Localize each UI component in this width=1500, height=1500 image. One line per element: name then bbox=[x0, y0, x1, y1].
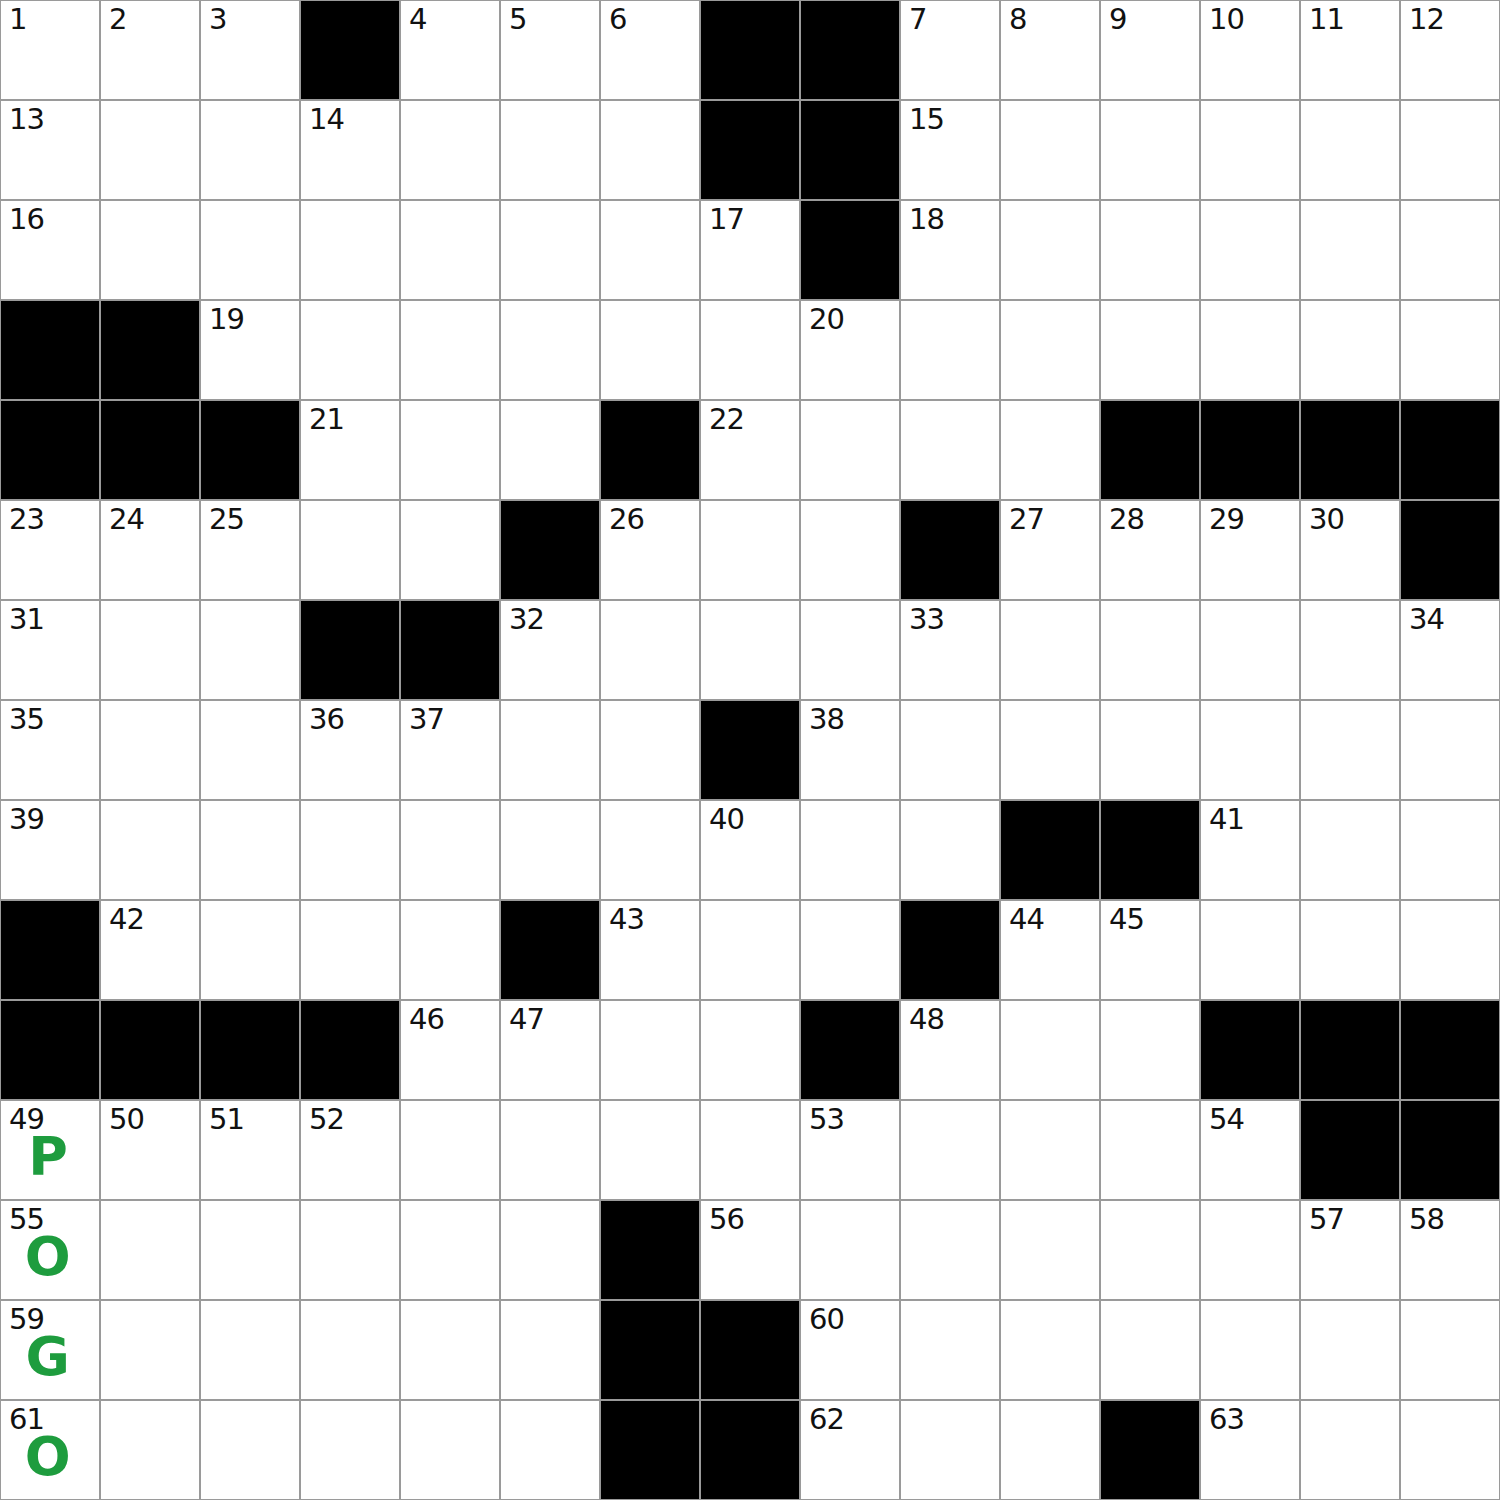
cell-1-14[interactable] bbox=[1401, 101, 1499, 199]
cell-14-14[interactable] bbox=[1401, 1401, 1499, 1499]
cell-8-7[interactable]: 40 bbox=[701, 801, 799, 899]
cell-12-13[interactable]: 57 bbox=[1301, 1201, 1399, 1299]
cell-3-2[interactable]: 19 bbox=[201, 301, 299, 399]
cell-6-1[interactable] bbox=[101, 601, 199, 699]
black-square-0-8 bbox=[801, 1, 899, 99]
clue-number: 1 bbox=[9, 4, 26, 34]
clue-number: 46 bbox=[409, 1004, 444, 1034]
cell-9-3[interactable] bbox=[301, 901, 399, 999]
clue-number: 56 bbox=[709, 1204, 744, 1234]
cell-7-9[interactable] bbox=[901, 701, 999, 799]
cell-5-7[interactable] bbox=[701, 501, 799, 599]
cell-12-8[interactable] bbox=[801, 1201, 899, 1299]
cell-14-9[interactable] bbox=[901, 1401, 999, 1499]
cell-1-3[interactable]: 14 bbox=[301, 101, 399, 199]
clue-number: 8 bbox=[1009, 4, 1026, 34]
clue-number: 58 bbox=[1409, 1204, 1444, 1234]
cell-8-6[interactable] bbox=[601, 801, 699, 899]
cell-6-5[interactable]: 32 bbox=[501, 601, 599, 699]
cell-4-10[interactable] bbox=[1001, 401, 1099, 499]
cell-6-0[interactable]: 31 bbox=[1, 601, 99, 699]
cell-12-7[interactable]: 56 bbox=[701, 1201, 799, 1299]
cell-9-7[interactable] bbox=[701, 901, 799, 999]
cell-9-10[interactable]: 44 bbox=[1001, 901, 1099, 999]
black-square-10-8 bbox=[801, 1001, 899, 1099]
clue-number: 48 bbox=[909, 1004, 944, 1034]
cell-12-14[interactable]: 58 bbox=[1401, 1201, 1499, 1299]
clue-number: 50 bbox=[109, 1104, 144, 1134]
clue-number: 23 bbox=[9, 504, 44, 534]
black-square-9-9 bbox=[901, 901, 999, 999]
cell-2-1[interactable] bbox=[101, 201, 199, 299]
cell-4-5[interactable] bbox=[501, 401, 599, 499]
cell-1-11[interactable] bbox=[1101, 101, 1199, 199]
cell-13-11[interactable] bbox=[1101, 1301, 1199, 1399]
cell-1-10[interactable] bbox=[1001, 101, 1099, 199]
clue-number: 52 bbox=[309, 1104, 344, 1134]
black-square-9-0 bbox=[1, 901, 99, 999]
cell-12-12[interactable] bbox=[1201, 1201, 1299, 1299]
crossword-grid: 1234567891011121314151617181920212223242… bbox=[0, 0, 1500, 1500]
cell-3-8[interactable]: 20 bbox=[801, 301, 899, 399]
cell-8-2[interactable] bbox=[201, 801, 299, 899]
clue-number: 38 bbox=[809, 704, 844, 734]
cell-12-9[interactable] bbox=[901, 1201, 999, 1299]
clue-number: 11 bbox=[1309, 4, 1344, 34]
cell-9-8[interactable] bbox=[801, 901, 899, 999]
clue-number: 27 bbox=[1009, 504, 1044, 534]
clue-number: 31 bbox=[9, 604, 44, 634]
cell-12-3[interactable] bbox=[301, 1201, 399, 1299]
cell-11-7[interactable] bbox=[701, 1101, 799, 1199]
cell-8-13[interactable] bbox=[1301, 801, 1399, 899]
cell-14-4[interactable] bbox=[401, 1401, 499, 1499]
clue-number: 62 bbox=[809, 1404, 844, 1434]
cell-6-10[interactable] bbox=[1001, 601, 1099, 699]
black-square-4-12 bbox=[1201, 401, 1299, 499]
cell-8-14[interactable] bbox=[1401, 801, 1499, 899]
clue-number: 45 bbox=[1109, 904, 1144, 934]
black-square-0-3 bbox=[301, 1, 399, 99]
cell-5-6[interactable]: 26 bbox=[601, 501, 699, 599]
cell-3-14[interactable] bbox=[1401, 301, 1499, 399]
cell-1-4[interactable] bbox=[401, 101, 499, 199]
cell-2-0[interactable]: 16 bbox=[1, 201, 99, 299]
cell-6-2[interactable] bbox=[201, 601, 299, 699]
cell-1-12[interactable] bbox=[1201, 101, 1299, 199]
black-square-2-8 bbox=[801, 201, 899, 299]
cell-5-4[interactable] bbox=[401, 501, 499, 599]
black-square-4-0 bbox=[1, 401, 99, 499]
clue-number: 41 bbox=[1209, 804, 1244, 834]
cell-10-9[interactable]: 48 bbox=[901, 1001, 999, 1099]
cell-8-8[interactable] bbox=[801, 801, 899, 899]
clue-number: 3 bbox=[209, 4, 226, 34]
cell-12-1[interactable] bbox=[101, 1201, 199, 1299]
cell-12-5[interactable] bbox=[501, 1201, 599, 1299]
cell-9-12[interactable] bbox=[1201, 901, 1299, 999]
cell-11-11[interactable] bbox=[1101, 1101, 1199, 1199]
clue-number: 6 bbox=[609, 4, 626, 34]
cell-4-8[interactable] bbox=[801, 401, 899, 499]
black-square-10-3 bbox=[301, 1001, 399, 1099]
black-square-7-7 bbox=[701, 701, 799, 799]
cell-13-8[interactable]: 60 bbox=[801, 1301, 899, 1399]
clue-number: 37 bbox=[409, 704, 444, 734]
clue-number: 17 bbox=[709, 204, 744, 234]
black-square-14-6 bbox=[601, 1401, 699, 1499]
cell-0-2[interactable]: 3 bbox=[201, 1, 299, 99]
cell-9-4[interactable] bbox=[401, 901, 499, 999]
clue-number: 20 bbox=[809, 304, 844, 334]
cell-2-13[interactable] bbox=[1301, 201, 1399, 299]
clue-number: 30 bbox=[1309, 504, 1344, 534]
cell-4-9[interactable] bbox=[901, 401, 999, 499]
black-square-10-12 bbox=[1201, 1001, 1299, 1099]
cell-7-14[interactable] bbox=[1401, 701, 1499, 799]
cell-13-14[interactable] bbox=[1401, 1301, 1499, 1399]
black-square-4-2 bbox=[201, 401, 299, 499]
cell-9-14[interactable] bbox=[1401, 901, 1499, 999]
cell-7-12[interactable] bbox=[1201, 701, 1299, 799]
clue-number: 53 bbox=[809, 1104, 844, 1134]
cell-1-1[interactable] bbox=[101, 101, 199, 199]
cell-11-0[interactable]: 49P bbox=[1, 1101, 99, 1199]
cell-14-12[interactable]: 63 bbox=[1201, 1401, 1299, 1499]
cell-2-11[interactable] bbox=[1101, 201, 1199, 299]
cell-11-9[interactable] bbox=[901, 1101, 999, 1199]
cell-8-0[interactable]: 39 bbox=[1, 801, 99, 899]
cell-3-12[interactable] bbox=[1201, 301, 1299, 399]
cell-6-12[interactable] bbox=[1201, 601, 1299, 699]
cell-9-13[interactable] bbox=[1301, 901, 1399, 999]
clue-number: 15 bbox=[909, 104, 944, 134]
cell-10-10[interactable] bbox=[1001, 1001, 1099, 1099]
black-square-11-14 bbox=[1401, 1101, 1499, 1199]
clue-number: 25 bbox=[209, 504, 244, 534]
cell-11-1[interactable]: 50 bbox=[101, 1101, 199, 1199]
black-square-5-9 bbox=[901, 501, 999, 599]
cell-0-13[interactable]: 11 bbox=[1301, 1, 1399, 99]
cell-0-4[interactable]: 4 bbox=[401, 1, 499, 99]
cell-11-5[interactable] bbox=[501, 1101, 599, 1199]
clue-number: 43 bbox=[609, 904, 644, 934]
cell-13-0[interactable]: 59G bbox=[1, 1301, 99, 1399]
cell-8-5[interactable] bbox=[501, 801, 599, 899]
fill-letter: G bbox=[26, 1324, 70, 1387]
black-square-4-13 bbox=[1301, 401, 1399, 499]
clue-number: 44 bbox=[1009, 904, 1044, 934]
cell-2-6[interactable] bbox=[601, 201, 699, 299]
cell-10-6[interactable] bbox=[601, 1001, 699, 1099]
black-square-10-2 bbox=[201, 1001, 299, 1099]
cell-7-3[interactable]: 36 bbox=[301, 701, 399, 799]
cell-5-3[interactable] bbox=[301, 501, 399, 599]
cell-12-11[interactable] bbox=[1101, 1201, 1199, 1299]
cell-9-1[interactable]: 42 bbox=[101, 901, 199, 999]
cell-2-7[interactable]: 17 bbox=[701, 201, 799, 299]
cell-6-8[interactable] bbox=[801, 601, 899, 699]
cell-7-10[interactable] bbox=[1001, 701, 1099, 799]
fill-letter: O bbox=[25, 1224, 71, 1287]
clue-number: 5 bbox=[509, 4, 526, 34]
cell-9-6[interactable]: 43 bbox=[601, 901, 699, 999]
cell-6-11[interactable] bbox=[1101, 601, 1199, 699]
cell-3-10[interactable] bbox=[1001, 301, 1099, 399]
cell-13-1[interactable] bbox=[101, 1301, 199, 1399]
cell-2-4[interactable] bbox=[401, 201, 499, 299]
cell-13-3[interactable] bbox=[301, 1301, 399, 1399]
cell-14-0[interactable]: 61O bbox=[1, 1401, 99, 1499]
cell-13-13[interactable] bbox=[1301, 1301, 1399, 1399]
cell-12-10[interactable] bbox=[1001, 1201, 1099, 1299]
clue-number: 39 bbox=[9, 804, 44, 834]
cell-12-4[interactable] bbox=[401, 1201, 499, 1299]
cell-10-7[interactable] bbox=[701, 1001, 799, 1099]
cell-0-14[interactable]: 12 bbox=[1401, 1, 1499, 99]
clue-number: 12 bbox=[1409, 4, 1444, 34]
cell-10-4[interactable]: 46 bbox=[401, 1001, 499, 1099]
cell-1-0[interactable]: 13 bbox=[1, 101, 99, 199]
black-square-4-1 bbox=[101, 401, 199, 499]
cell-13-12[interactable] bbox=[1201, 1301, 1299, 1399]
black-square-1-8 bbox=[801, 101, 899, 199]
cell-9-11[interactable]: 45 bbox=[1101, 901, 1199, 999]
clue-number: 13 bbox=[9, 104, 44, 134]
cell-13-5[interactable] bbox=[501, 1301, 599, 1399]
clue-number: 57 bbox=[1309, 1204, 1344, 1234]
clue-number: 26 bbox=[609, 504, 644, 534]
cell-9-2[interactable] bbox=[201, 901, 299, 999]
black-square-13-7 bbox=[701, 1301, 799, 1399]
cell-11-6[interactable] bbox=[601, 1101, 699, 1199]
cell-6-9[interactable]: 33 bbox=[901, 601, 999, 699]
cell-5-0[interactable]: 23 bbox=[1, 501, 99, 599]
cell-4-4[interactable] bbox=[401, 401, 499, 499]
black-square-10-13 bbox=[1301, 1001, 1399, 1099]
cell-8-3[interactable] bbox=[301, 801, 399, 899]
cell-7-13[interactable] bbox=[1301, 701, 1399, 799]
cell-7-2[interactable] bbox=[201, 701, 299, 799]
cell-6-6[interactable] bbox=[601, 601, 699, 699]
clue-number: 19 bbox=[209, 304, 244, 334]
cell-8-12[interactable]: 41 bbox=[1201, 801, 1299, 899]
cell-12-2[interactable] bbox=[201, 1201, 299, 1299]
cell-8-4[interactable] bbox=[401, 801, 499, 899]
cell-2-2[interactable] bbox=[201, 201, 299, 299]
cell-3-5[interactable] bbox=[501, 301, 599, 399]
black-square-6-4 bbox=[401, 601, 499, 699]
black-square-5-5 bbox=[501, 501, 599, 599]
black-square-14-7 bbox=[701, 1401, 799, 1499]
cell-3-11[interactable] bbox=[1101, 301, 1199, 399]
cell-14-5[interactable] bbox=[501, 1401, 599, 1499]
cell-1-6[interactable] bbox=[601, 101, 699, 199]
black-square-8-10 bbox=[1001, 801, 1099, 899]
black-square-13-6 bbox=[601, 1301, 699, 1399]
clue-number: 16 bbox=[9, 204, 44, 234]
cell-3-4[interactable] bbox=[401, 301, 499, 399]
black-square-4-14 bbox=[1401, 401, 1499, 499]
cell-2-9[interactable]: 18 bbox=[901, 201, 999, 299]
cell-0-6[interactable]: 6 bbox=[601, 1, 699, 99]
fill-letter: P bbox=[28, 1124, 68, 1187]
cell-11-4[interactable] bbox=[401, 1101, 499, 1199]
cell-10-5[interactable]: 47 bbox=[501, 1001, 599, 1099]
clue-number: 33 bbox=[909, 604, 944, 634]
clue-number: 42 bbox=[109, 904, 144, 934]
cell-8-1[interactable] bbox=[101, 801, 199, 899]
clue-number: 7 bbox=[909, 4, 926, 34]
cell-5-11[interactable]: 28 bbox=[1101, 501, 1199, 599]
cell-13-9[interactable] bbox=[901, 1301, 999, 1399]
cell-0-1[interactable]: 2 bbox=[101, 1, 199, 99]
cell-7-0[interactable]: 35 bbox=[1, 701, 99, 799]
cell-11-8[interactable]: 53 bbox=[801, 1101, 899, 1199]
cell-13-10[interactable] bbox=[1001, 1301, 1099, 1399]
cell-7-4[interactable]: 37 bbox=[401, 701, 499, 799]
cell-7-6[interactable] bbox=[601, 701, 699, 799]
clue-number: 2 bbox=[109, 4, 126, 34]
cell-2-14[interactable] bbox=[1401, 201, 1499, 299]
cell-11-10[interactable] bbox=[1001, 1101, 1099, 1199]
black-square-6-3 bbox=[301, 601, 399, 699]
black-square-14-11 bbox=[1101, 1401, 1199, 1499]
cell-7-1[interactable] bbox=[101, 701, 199, 799]
cell-13-2[interactable] bbox=[201, 1301, 299, 1399]
cell-0-11[interactable]: 9 bbox=[1101, 1, 1199, 99]
cell-5-2[interactable]: 25 bbox=[201, 501, 299, 599]
clue-number: 40 bbox=[709, 804, 744, 834]
cell-0-5[interactable]: 5 bbox=[501, 1, 599, 99]
clue-number: 4 bbox=[409, 4, 426, 34]
cell-11-2[interactable]: 51 bbox=[201, 1101, 299, 1199]
black-square-8-11 bbox=[1101, 801, 1199, 899]
clue-number: 51 bbox=[209, 1104, 244, 1134]
clue-number: 63 bbox=[1209, 1404, 1244, 1434]
cell-2-5[interactable] bbox=[501, 201, 599, 299]
clue-number: 54 bbox=[1209, 1104, 1244, 1134]
black-square-9-5 bbox=[501, 901, 599, 999]
cell-3-7[interactable] bbox=[701, 301, 799, 399]
cell-0-0[interactable]: 1 bbox=[1, 1, 99, 99]
cell-1-13[interactable] bbox=[1301, 101, 1399, 199]
clue-number: 28 bbox=[1109, 504, 1144, 534]
clue-number: 35 bbox=[9, 704, 44, 734]
cell-2-12[interactable] bbox=[1201, 201, 1299, 299]
black-square-1-7 bbox=[701, 101, 799, 199]
cell-2-10[interactable] bbox=[1001, 201, 1099, 299]
cell-2-3[interactable] bbox=[301, 201, 399, 299]
clue-number: 18 bbox=[909, 204, 944, 234]
cell-6-14[interactable]: 34 bbox=[1401, 601, 1499, 699]
cell-0-10[interactable]: 8 bbox=[1001, 1, 1099, 99]
clue-number: 29 bbox=[1209, 504, 1244, 534]
cell-14-1[interactable] bbox=[101, 1401, 199, 1499]
black-square-12-6 bbox=[601, 1201, 699, 1299]
fill-letter: O bbox=[25, 1424, 71, 1487]
cell-1-2[interactable] bbox=[201, 101, 299, 199]
cell-3-6[interactable] bbox=[601, 301, 699, 399]
black-square-3-1 bbox=[101, 301, 199, 399]
clue-number: 32 bbox=[509, 604, 544, 634]
cell-13-4[interactable] bbox=[401, 1301, 499, 1399]
cell-11-3[interactable]: 52 bbox=[301, 1101, 399, 1199]
black-square-10-14 bbox=[1401, 1001, 1499, 1099]
cell-14-2[interactable] bbox=[201, 1401, 299, 1499]
cell-4-7[interactable]: 22 bbox=[701, 401, 799, 499]
cell-6-13[interactable] bbox=[1301, 601, 1399, 699]
black-square-5-14 bbox=[1401, 501, 1499, 599]
cell-3-13[interactable] bbox=[1301, 301, 1399, 399]
black-square-10-1 bbox=[101, 1001, 199, 1099]
clue-number: 14 bbox=[309, 104, 344, 134]
cell-4-3[interactable]: 21 bbox=[301, 401, 399, 499]
cell-6-7[interactable] bbox=[701, 601, 799, 699]
cell-14-10[interactable] bbox=[1001, 1401, 1099, 1499]
clue-number: 22 bbox=[709, 404, 744, 434]
cell-14-3[interactable] bbox=[301, 1401, 399, 1499]
cell-5-1[interactable]: 24 bbox=[101, 501, 199, 599]
cell-14-8[interactable]: 62 bbox=[801, 1401, 899, 1499]
cell-10-11[interactable] bbox=[1101, 1001, 1199, 1099]
cell-0-12[interactable]: 10 bbox=[1201, 1, 1299, 99]
clue-number: 47 bbox=[509, 1004, 544, 1034]
cell-7-11[interactable] bbox=[1101, 701, 1199, 799]
clue-number: 36 bbox=[309, 704, 344, 734]
clue-number: 60 bbox=[809, 1304, 844, 1334]
cell-0-9[interactable]: 7 bbox=[901, 1, 999, 99]
cell-1-5[interactable] bbox=[501, 101, 599, 199]
cell-5-10[interactable]: 27 bbox=[1001, 501, 1099, 599]
clue-number: 9 bbox=[1109, 4, 1126, 34]
clue-number: 21 bbox=[309, 404, 344, 434]
cell-7-8[interactable]: 38 bbox=[801, 701, 899, 799]
cell-11-12[interactable]: 54 bbox=[1201, 1101, 1299, 1199]
cell-5-12[interactable]: 29 bbox=[1201, 501, 1299, 599]
cell-3-3[interactable] bbox=[301, 301, 399, 399]
cell-12-0[interactable]: 55O bbox=[1, 1201, 99, 1299]
black-square-11-13 bbox=[1301, 1101, 1399, 1199]
black-square-4-6 bbox=[601, 401, 699, 499]
cell-8-9[interactable] bbox=[901, 801, 999, 899]
cell-1-9[interactable]: 15 bbox=[901, 101, 999, 199]
cell-5-8[interactable] bbox=[801, 501, 899, 599]
cell-5-13[interactable]: 30 bbox=[1301, 501, 1399, 599]
cell-7-5[interactable] bbox=[501, 701, 599, 799]
black-square-10-0 bbox=[1, 1001, 99, 1099]
clue-number: 10 bbox=[1209, 4, 1244, 34]
clue-number: 34 bbox=[1409, 604, 1444, 634]
cell-14-13[interactable] bbox=[1301, 1401, 1399, 1499]
cell-3-9[interactable] bbox=[901, 301, 999, 399]
clue-number: 24 bbox=[109, 504, 144, 534]
black-square-0-7 bbox=[701, 1, 799, 99]
black-square-4-11 bbox=[1101, 401, 1199, 499]
black-square-3-0 bbox=[1, 301, 99, 399]
